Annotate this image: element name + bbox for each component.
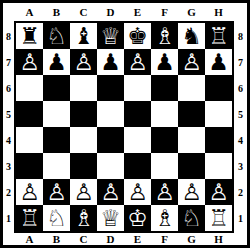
square-g1[interactable]: ♘ xyxy=(178,205,205,231)
square-b2[interactable]: ♙ xyxy=(43,179,70,205)
square-d8[interactable]: ♕ xyxy=(97,23,124,49)
square-f5[interactable] xyxy=(151,101,178,127)
square-e5[interactable] xyxy=(124,101,151,127)
square-b5[interactable] xyxy=(43,101,70,127)
rank-label-6-right: 6 xyxy=(234,75,247,101)
square-b4[interactable] xyxy=(43,127,70,153)
square-c7[interactable]: ♙ xyxy=(70,49,97,75)
black-knight: ♘ xyxy=(43,23,70,49)
square-g5[interactable] xyxy=(178,101,205,127)
square-g8[interactable]: ♞ xyxy=(178,23,205,49)
rank-label-8-right: 8 xyxy=(234,23,247,49)
square-b6[interactable] xyxy=(43,75,70,101)
rank-label-5-right: 5 xyxy=(234,101,247,127)
file-label-b-bottom: B xyxy=(43,234,70,245)
black-pawn: ♙ xyxy=(70,49,97,75)
white-pawn: ♙ xyxy=(16,179,43,205)
square-h5[interactable] xyxy=(205,101,232,127)
square-g4[interactable] xyxy=(178,127,205,153)
file-labels-bottom: ABCDEFGH xyxy=(16,233,232,245)
file-label-f-top: F xyxy=(151,7,178,18)
white-pawn: ♙ xyxy=(178,179,205,205)
square-f2[interactable]: ♙ xyxy=(151,179,178,205)
rank-label-7-right: 7 xyxy=(234,49,247,75)
square-d5[interactable] xyxy=(97,101,124,127)
white-queen: ♕ xyxy=(97,205,124,231)
file-label-h-bottom: H xyxy=(205,234,232,245)
chess-board: ♜♘♝♕♚♗♞♖♙♟♙♟♙♟♙♟♙♙♙♙♙♙♙♙♖♘♗♕♔♗♘♖ xyxy=(14,21,234,233)
square-h8[interactable]: ♖ xyxy=(205,23,232,49)
rank-labels-left: 87654321 xyxy=(3,21,14,233)
square-c8[interactable]: ♝ xyxy=(70,23,97,49)
file-labels-top: ABCDEFGH xyxy=(16,3,232,21)
square-d3[interactable] xyxy=(97,153,124,179)
square-a6[interactable] xyxy=(16,75,43,101)
black-pawn: ♟ xyxy=(43,49,70,75)
square-c2[interactable]: ♙ xyxy=(70,179,97,205)
square-b7[interactable]: ♟ xyxy=(43,49,70,75)
file-label-g-bottom: G xyxy=(178,234,205,245)
black-pawn: ♙ xyxy=(124,49,151,75)
rank-label-8-left: 8 xyxy=(3,23,14,49)
square-d4[interactable] xyxy=(97,127,124,153)
white-pawn: ♙ xyxy=(151,179,178,205)
square-a4[interactable] xyxy=(16,127,43,153)
file-label-e-top: E xyxy=(124,7,151,18)
white-pawn: ♙ xyxy=(205,179,232,205)
white-pawn: ♙ xyxy=(70,179,97,205)
square-e2[interactable]: ♙ xyxy=(124,179,151,205)
square-e8[interactable]: ♚ xyxy=(124,23,151,49)
square-f6[interactable] xyxy=(151,75,178,101)
black-bishop: ♝ xyxy=(70,23,97,49)
file-label-d-bottom: D xyxy=(97,234,124,245)
rank-label-1-right: 1 xyxy=(234,205,247,231)
rank-label-7-left: 7 xyxy=(3,49,14,75)
square-a3[interactable] xyxy=(16,153,43,179)
square-f3[interactable] xyxy=(151,153,178,179)
black-pawn: ♟ xyxy=(97,49,124,75)
file-label-a-bottom: A xyxy=(16,234,43,245)
file-label-f-bottom: F xyxy=(151,234,178,245)
rank-label-1-left: 1 xyxy=(3,205,14,231)
rank-label-6-left: 6 xyxy=(3,75,14,101)
square-a8[interactable]: ♜ xyxy=(16,23,43,49)
square-c1[interactable]: ♗ xyxy=(70,205,97,231)
file-label-c-bottom: C xyxy=(70,234,97,245)
square-e6[interactable] xyxy=(124,75,151,101)
square-g6[interactable] xyxy=(178,75,205,101)
square-c5[interactable] xyxy=(70,101,97,127)
rank-label-3-right: 3 xyxy=(234,153,247,179)
square-h7[interactable]: ♟ xyxy=(205,49,232,75)
square-f7[interactable]: ♟ xyxy=(151,49,178,75)
black-pawn: ♙ xyxy=(178,49,205,75)
square-d6[interactable] xyxy=(97,75,124,101)
black-rook: ♖ xyxy=(205,23,232,49)
square-b3[interactable] xyxy=(43,153,70,179)
square-h4[interactable] xyxy=(205,127,232,153)
white-pawn: ♙ xyxy=(97,179,124,205)
square-d1[interactable]: ♕ xyxy=(97,205,124,231)
square-c4[interactable] xyxy=(70,127,97,153)
white-king: ♔ xyxy=(124,205,151,231)
square-a2[interactable]: ♙ xyxy=(16,179,43,205)
black-pawn: ♟ xyxy=(205,49,232,75)
white-bishop: ♗ xyxy=(70,205,97,231)
square-e3[interactable] xyxy=(124,153,151,179)
square-b8[interactable]: ♘ xyxy=(43,23,70,49)
square-e4[interactable] xyxy=(124,127,151,153)
square-b1[interactable]: ♘ xyxy=(43,205,70,231)
square-h2[interactable]: ♙ xyxy=(205,179,232,205)
square-d7[interactable]: ♟ xyxy=(97,49,124,75)
square-a7[interactable]: ♙ xyxy=(16,49,43,75)
square-c3[interactable] xyxy=(70,153,97,179)
rank-label-4-right: 4 xyxy=(234,127,247,153)
square-g2[interactable]: ♙ xyxy=(178,179,205,205)
square-g3[interactable] xyxy=(178,153,205,179)
square-e7[interactable]: ♙ xyxy=(124,49,151,75)
square-d2[interactable]: ♙ xyxy=(97,179,124,205)
square-f4[interactable] xyxy=(151,127,178,153)
square-e1[interactable]: ♔ xyxy=(124,205,151,231)
black-rook: ♜ xyxy=(16,23,43,49)
rank-label-2-left: 2 xyxy=(3,179,14,205)
square-a5[interactable] xyxy=(16,101,43,127)
square-h3[interactable] xyxy=(205,153,232,179)
black-knight: ♞ xyxy=(178,23,205,49)
file-label-e-bottom: E xyxy=(124,234,151,245)
square-g7[interactable]: ♙ xyxy=(178,49,205,75)
rank-label-4-left: 4 xyxy=(3,127,14,153)
black-bishop: ♗ xyxy=(151,23,178,49)
square-h1[interactable]: ♖ xyxy=(205,205,232,231)
rank-labels-right: 87654321 xyxy=(234,21,247,233)
chess-board-diagram: ABCDEFGH 87654321 ♜♘♝♕♚♗♞♖♙♟♙♟♙♟♙♟♙♙♙♙♙♙… xyxy=(0,0,250,248)
file-label-g-top: G xyxy=(178,7,205,18)
square-c6[interactable] xyxy=(70,75,97,101)
rank-label-5-left: 5 xyxy=(3,101,14,127)
square-h6[interactable] xyxy=(205,75,232,101)
file-label-b-top: B xyxy=(43,7,70,18)
black-queen: ♕ xyxy=(97,23,124,49)
file-label-d-top: D xyxy=(97,7,124,18)
white-pawn: ♙ xyxy=(43,179,70,205)
black-pawn: ♟ xyxy=(151,49,178,75)
white-knight: ♘ xyxy=(43,205,70,231)
square-a1[interactable]: ♖ xyxy=(16,205,43,231)
black-king: ♚ xyxy=(124,23,151,49)
white-rook: ♖ xyxy=(205,205,232,231)
square-f1[interactable]: ♗ xyxy=(151,205,178,231)
square-f8[interactable]: ♗ xyxy=(151,23,178,49)
white-rook: ♖ xyxy=(16,205,43,231)
file-label-h-top: H xyxy=(205,7,232,18)
rank-label-3-left: 3 xyxy=(3,153,14,179)
white-pawn: ♙ xyxy=(124,179,151,205)
file-label-c-top: C xyxy=(70,7,97,18)
black-pawn: ♙ xyxy=(16,49,43,75)
file-label-a-top: A xyxy=(16,7,43,18)
white-bishop: ♗ xyxy=(151,205,178,231)
white-knight: ♘ xyxy=(178,205,205,231)
rank-label-2-right: 2 xyxy=(234,179,247,205)
